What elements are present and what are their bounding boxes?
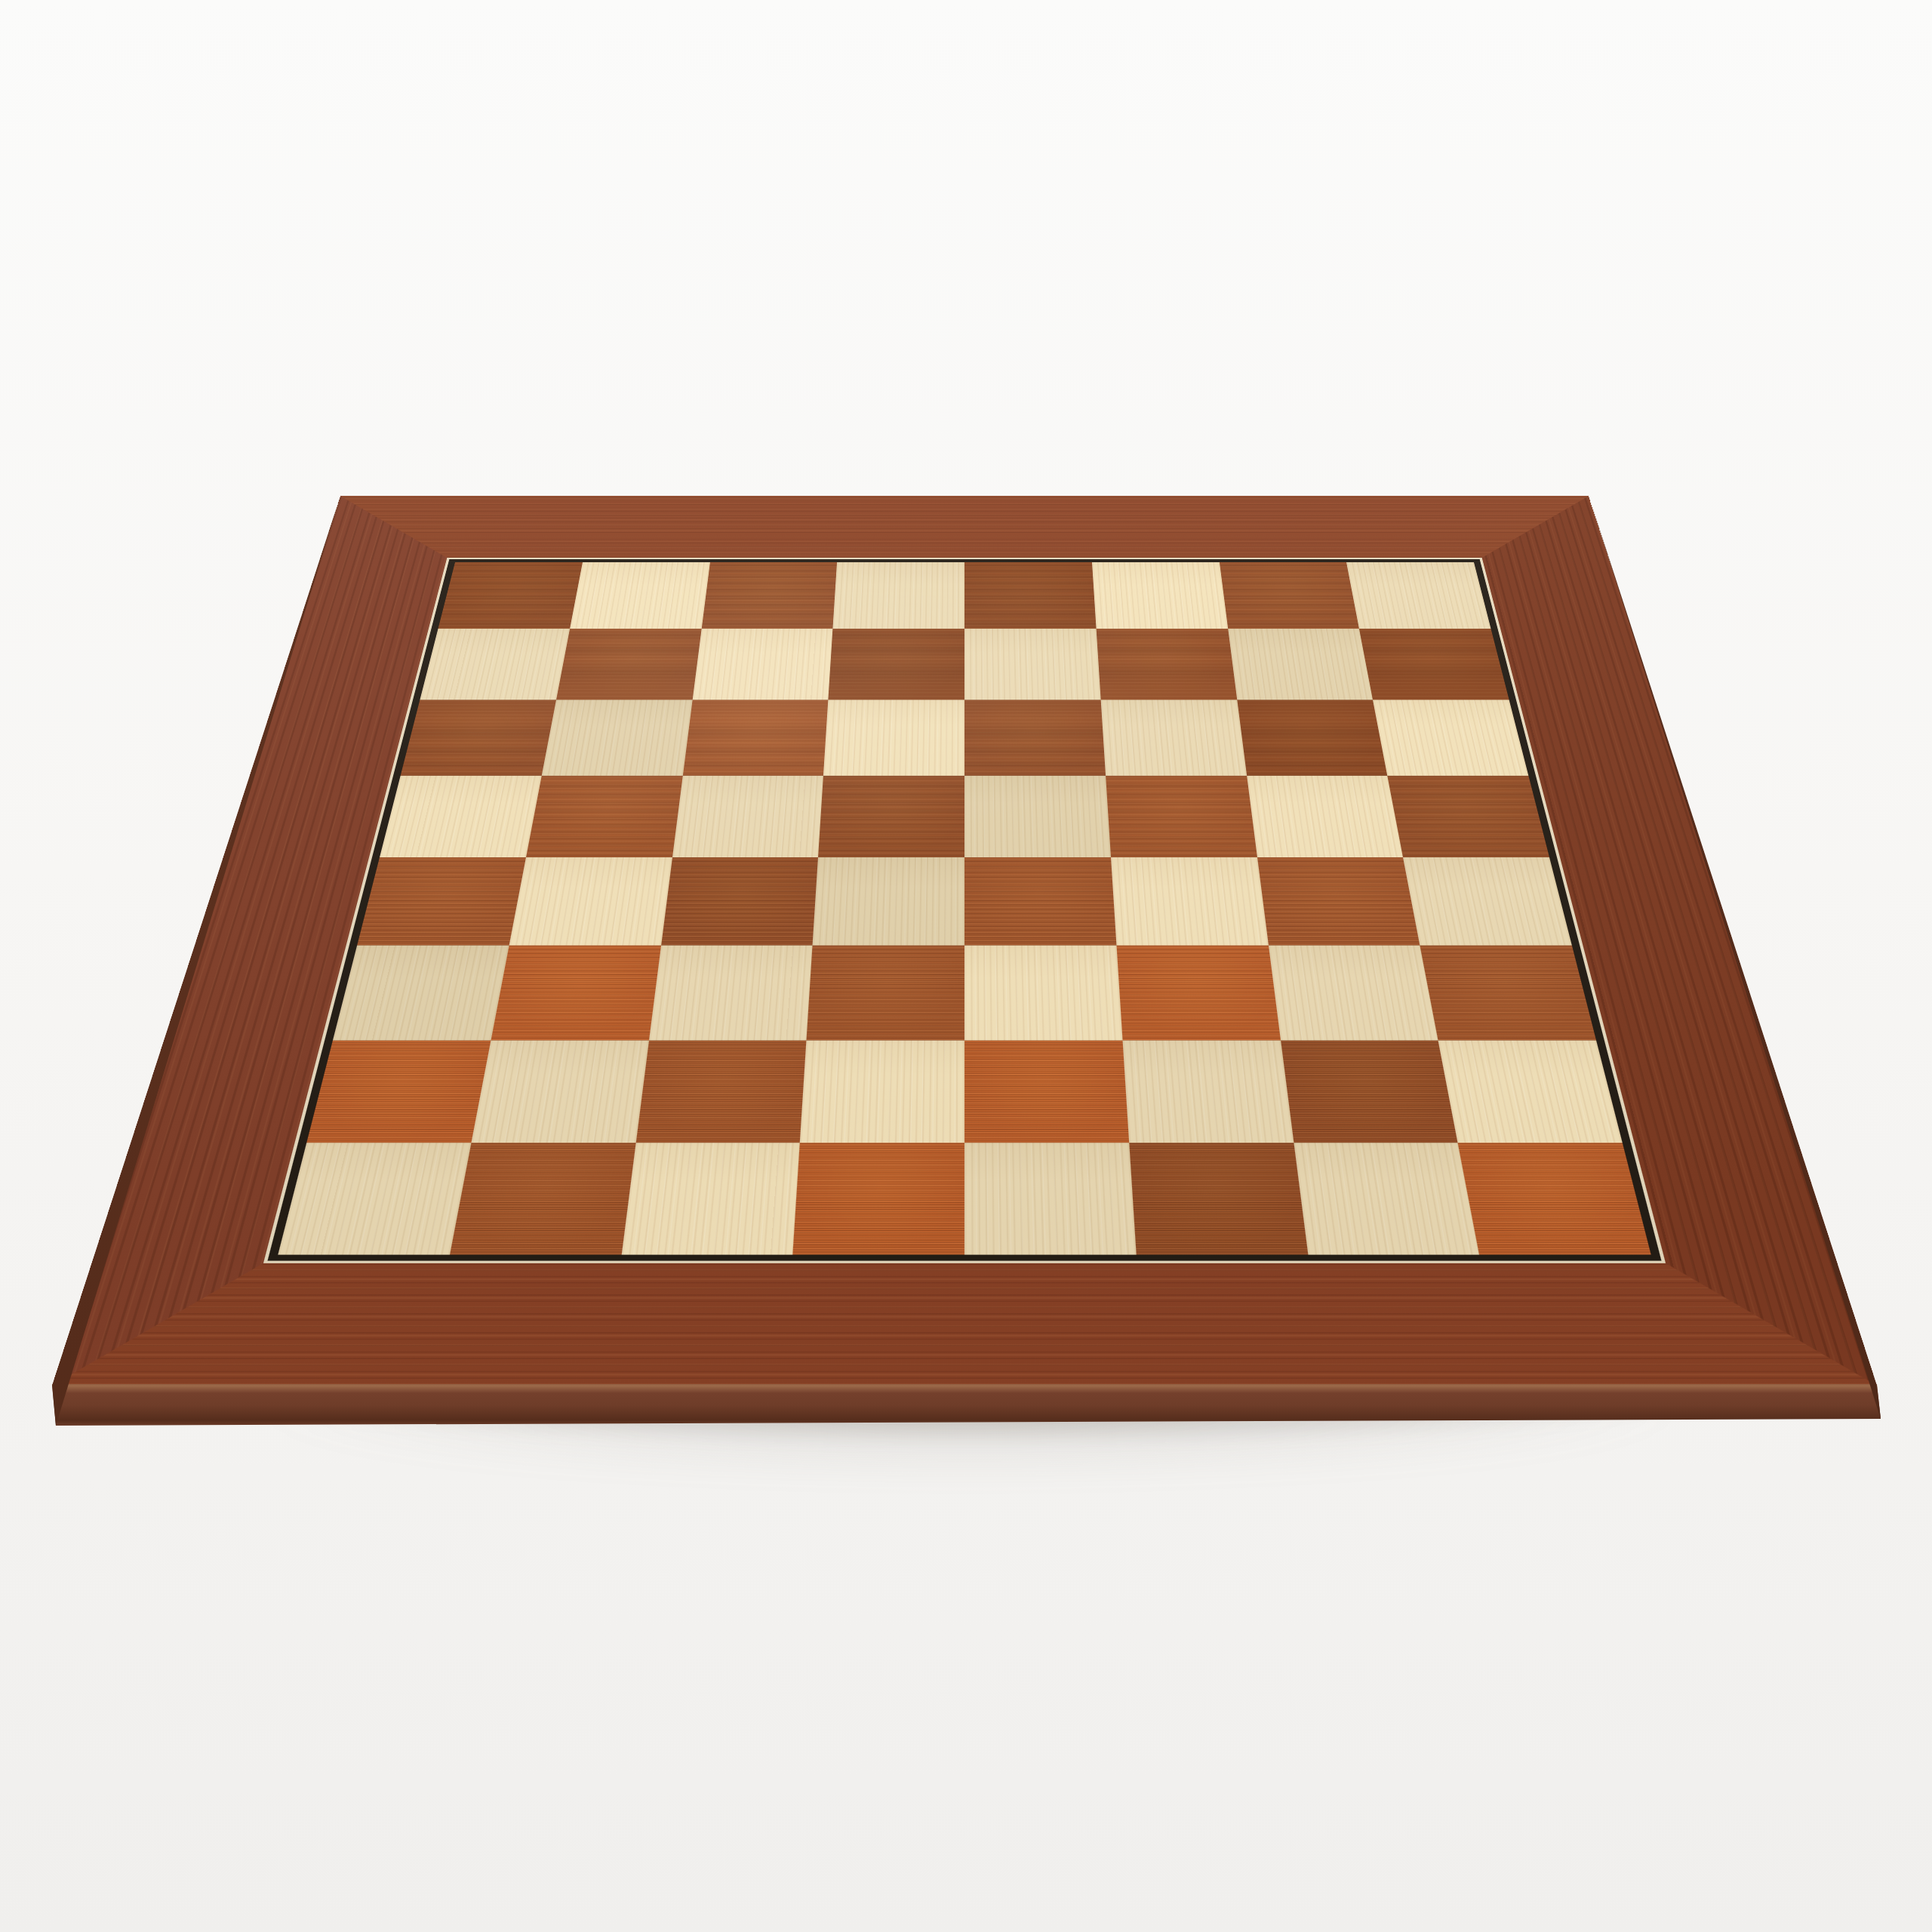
square-r7c2 xyxy=(471,1040,648,1143)
square-r1c2 xyxy=(570,562,710,629)
square-r6c4 xyxy=(807,945,964,1040)
square-r2c8 xyxy=(1359,629,1509,700)
square-r3c7 xyxy=(1237,700,1388,776)
photo-background xyxy=(0,0,1932,1932)
square-r6c5 xyxy=(964,945,1122,1040)
square-r1c4 xyxy=(833,562,964,629)
square-r3c5 xyxy=(964,700,1106,776)
square-r2c2 xyxy=(556,629,701,700)
square-r8c2 xyxy=(450,1143,635,1254)
square-r1c8 xyxy=(1346,562,1491,629)
square-r5c7 xyxy=(1257,857,1420,945)
square-r6c2 xyxy=(491,945,660,1040)
square-r6c7 xyxy=(1268,945,1438,1040)
square-r8c6 xyxy=(1129,1143,1308,1254)
square-r3c1 xyxy=(401,700,556,776)
square-r7c7 xyxy=(1280,1040,1457,1143)
square-r1c5 xyxy=(964,562,1096,629)
square-r8c1 xyxy=(278,1143,471,1254)
square-r4c2 xyxy=(526,776,683,857)
square-r4c5 xyxy=(964,776,1111,857)
square-r4c6 xyxy=(1106,776,1257,857)
square-r5c2 xyxy=(509,857,672,945)
square-r8c5 xyxy=(964,1143,1136,1254)
square-r5c4 xyxy=(813,857,964,945)
square-r7c8 xyxy=(1438,1040,1623,1143)
square-r6c6 xyxy=(1116,945,1280,1040)
square-r8c8 xyxy=(1458,1143,1651,1254)
chess-board xyxy=(52,496,1877,1385)
square-r1c1 xyxy=(438,562,582,629)
square-r3c3 xyxy=(682,700,828,776)
square-r4c8 xyxy=(1388,776,1549,857)
square-r1c7 xyxy=(1220,562,1360,629)
square-r8c7 xyxy=(1294,1143,1479,1254)
square-r7c3 xyxy=(635,1040,807,1143)
square-r5c6 xyxy=(1111,857,1269,945)
square-r8c4 xyxy=(793,1143,964,1254)
square-r7c4 xyxy=(800,1040,964,1143)
square-r7c1 xyxy=(306,1040,491,1143)
square-r4c3 xyxy=(672,776,824,857)
square-r4c7 xyxy=(1247,776,1404,857)
square-r3c8 xyxy=(1373,700,1528,776)
square-r2c6 xyxy=(1096,629,1236,700)
square-r4c1 xyxy=(380,776,541,857)
square-r1c3 xyxy=(701,562,837,629)
square-r7c5 xyxy=(964,1040,1129,1143)
square-r3c2 xyxy=(541,700,692,776)
square-r5c8 xyxy=(1403,857,1572,945)
squares-grid xyxy=(278,562,1651,1254)
square-r2c4 xyxy=(829,629,964,700)
square-r1c6 xyxy=(1092,562,1228,629)
square-r6c8 xyxy=(1420,945,1596,1040)
square-r8c3 xyxy=(621,1143,800,1254)
square-r7c6 xyxy=(1122,1040,1294,1143)
square-r5c3 xyxy=(661,857,819,945)
square-r2c3 xyxy=(692,629,832,700)
square-r5c5 xyxy=(964,857,1116,945)
square-r3c4 xyxy=(823,700,964,776)
square-r6c1 xyxy=(333,945,509,1040)
square-r5c1 xyxy=(357,857,526,945)
square-r2c7 xyxy=(1228,629,1373,700)
square-r2c1 xyxy=(420,629,569,700)
square-r4c4 xyxy=(818,776,964,857)
square-r3c6 xyxy=(1100,700,1246,776)
square-r6c3 xyxy=(649,945,813,1040)
square-r2c5 xyxy=(964,629,1100,700)
